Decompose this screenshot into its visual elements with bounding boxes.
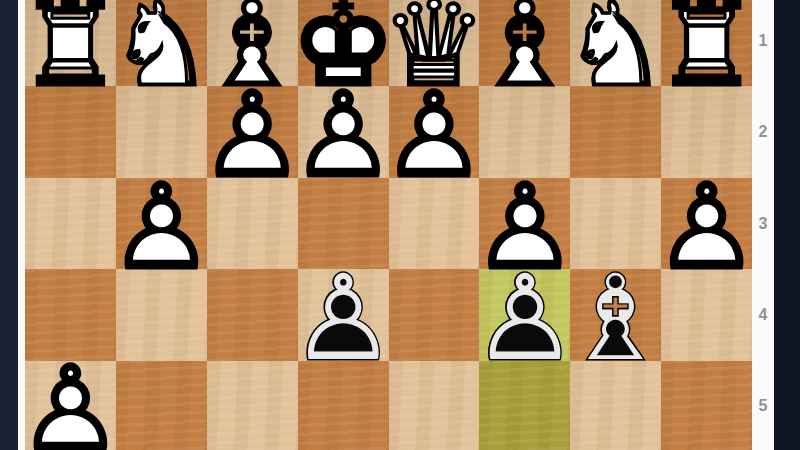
rank-coordinates: 1 2 3 4 5 [752, 0, 774, 450]
piece-white-knight[interactable]: ♞ [570, 0, 661, 86]
piece-white-bishop-outline: ♗ [207, 0, 298, 86]
piece-white-pawn-outline: ♙ [479, 178, 570, 269]
rank-label-3: 3 [752, 178, 774, 269]
square-a5[interactable] [661, 361, 752, 450]
square-b5[interactable] [570, 361, 661, 450]
board-gutter-left [18, 0, 25, 450]
square-g3[interactable]: ♟♙ [116, 178, 207, 269]
square-f5[interactable] [207, 361, 298, 450]
square-d1[interactable]: ♛♕ [389, 0, 480, 86]
rank-label-5: 5 [752, 361, 774, 450]
piece-white-pawn[interactable]: ♟ [116, 178, 207, 269]
chess-app-page: ♜♖♞♘♝♗♚♔♛♕♝♗♞♘♜♖♟♙♟♙♟♙♟♙♟♙♟♙♟♙♟♙♝♗♟♙ 1 2… [0, 0, 800, 450]
piece-white-pawn-outline: ♙ [207, 86, 298, 177]
piece-white-pawn-outline: ♙ [25, 361, 116, 450]
piece-white-pawn-outline: ♙ [661, 178, 752, 269]
piece-white-pawn[interactable]: ♟ [207, 86, 298, 177]
piece-black-bishop-outline: ♗ [570, 269, 661, 360]
square-f2[interactable]: ♟♙ [207, 86, 298, 177]
piece-white-pawn-outline: ♙ [116, 178, 207, 269]
square-e3[interactable] [298, 178, 389, 269]
piece-black-pawn-outline: ♙ [479, 269, 570, 360]
square-g4[interactable] [116, 269, 207, 360]
piece-black-pawn[interactable]: ♟ [479, 269, 570, 360]
square-h1[interactable]: ♜♖ [25, 0, 116, 86]
piece-white-queen-outline: ♕ [389, 0, 480, 86]
square-d4[interactable] [389, 269, 480, 360]
square-f4[interactable] [207, 269, 298, 360]
square-a1[interactable]: ♜♖ [661, 0, 752, 86]
piece-black-bishop[interactable]: ♝ [570, 269, 661, 360]
piece-white-bishop[interactable]: ♝ [207, 0, 298, 86]
piece-white-rook[interactable]: ♜ [25, 0, 116, 86]
piece-white-rook-outline: ♖ [661, 0, 752, 86]
square-c5[interactable] [479, 361, 570, 450]
square-f1[interactable]: ♝♗ [207, 0, 298, 86]
square-a4[interactable] [661, 269, 752, 360]
square-g2[interactable] [116, 86, 207, 177]
square-e2[interactable]: ♟♙ [298, 86, 389, 177]
square-a3[interactable]: ♟♙ [661, 178, 752, 269]
square-d3[interactable] [389, 178, 480, 269]
chess-board[interactable]: ♜♖♞♘♝♗♚♔♛♕♝♗♞♘♜♖♟♙♟♙♟♙♟♙♟♙♟♙♟♙♟♙♝♗♟♙ [25, 0, 752, 450]
piece-white-pawn[interactable]: ♟ [389, 86, 480, 177]
piece-white-king[interactable]: ♚ [298, 0, 389, 86]
square-b3[interactable] [570, 178, 661, 269]
square-d5[interactable] [389, 361, 480, 450]
square-c1[interactable]: ♝♗ [479, 0, 570, 86]
piece-white-bishop[interactable]: ♝ [479, 0, 570, 86]
piece-white-knight[interactable]: ♞ [116, 0, 207, 86]
square-h5[interactable]: ♟♙ [25, 361, 116, 450]
piece-white-pawn-outline: ♙ [389, 86, 480, 177]
piece-white-king-outline: ♔ [298, 0, 389, 86]
square-b2[interactable] [570, 86, 661, 177]
piece-white-knight-outline: ♘ [116, 0, 207, 86]
piece-white-bishop-outline: ♗ [479, 0, 570, 86]
square-e5[interactable] [298, 361, 389, 450]
piece-white-pawn-outline: ♙ [298, 86, 389, 177]
piece-black-pawn[interactable]: ♟ [298, 269, 389, 360]
square-h3[interactable] [25, 178, 116, 269]
piece-white-pawn[interactable]: ♟ [661, 178, 752, 269]
square-a2[interactable] [661, 86, 752, 177]
square-d2[interactable]: ♟♙ [389, 86, 480, 177]
square-e1[interactable]: ♚♔ [298, 0, 389, 86]
rank-label-2: 2 [752, 86, 774, 177]
piece-white-rook-outline: ♖ [25, 0, 116, 86]
rank-label-1: 1 [752, 0, 774, 86]
rank-label-4: 4 [752, 269, 774, 360]
right-sidebar [774, 0, 800, 450]
square-f3[interactable] [207, 178, 298, 269]
left-sidebar [0, 0, 18, 450]
square-b4[interactable]: ♝♗ [570, 269, 661, 360]
square-b1[interactable]: ♞♘ [570, 0, 661, 86]
piece-white-pawn[interactable]: ♟ [298, 86, 389, 177]
square-e4[interactable]: ♟♙ [298, 269, 389, 360]
piece-white-rook[interactable]: ♜ [661, 0, 752, 86]
square-c2[interactable] [479, 86, 570, 177]
piece-white-pawn[interactable]: ♟ [479, 178, 570, 269]
square-h4[interactable] [25, 269, 116, 360]
piece-white-queen[interactable]: ♛ [389, 0, 480, 86]
square-c3[interactable]: ♟♙ [479, 178, 570, 269]
square-g1[interactable]: ♞♘ [116, 0, 207, 86]
square-h2[interactable] [25, 86, 116, 177]
piece-black-pawn-outline: ♙ [298, 269, 389, 360]
square-c4[interactable]: ♟♙ [479, 269, 570, 360]
piece-white-pawn[interactable]: ♟ [25, 361, 116, 450]
piece-white-knight-outline: ♘ [570, 0, 661, 86]
square-g5[interactable] [116, 361, 207, 450]
